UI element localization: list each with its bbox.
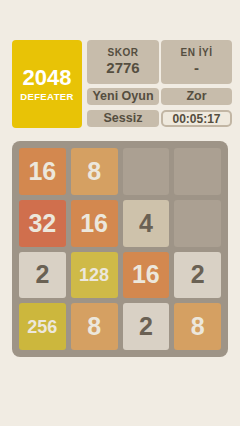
empty-cell [174,148,221,195]
mute-button[interactable]: Sessiz [87,110,159,127]
score-label: SKOR [108,47,139,59]
app-logo: 2048 DEFEATER [12,40,82,128]
timer-display: 00:05:17 [161,110,232,127]
empty-cell [174,200,221,247]
empty-cell [123,148,170,195]
tile-8: 8 [71,148,118,195]
score-value: 2776 [106,59,139,77]
tile-2: 2 [19,252,66,299]
tile-8: 8 [71,303,118,350]
best-value: - [194,59,199,77]
new-game-button[interactable]: Yeni Oyun [87,88,159,105]
tile-256: 256 [19,303,66,350]
game-board[interactable]: 168321642128162256828 [12,141,228,357]
best-label: EN İYİ [181,47,213,59]
tile-4: 4 [123,200,170,247]
best-box: EN İYİ - [161,40,232,84]
logo-subtitle: DEFEATER [20,91,74,102]
difficulty-button[interactable]: Zor [161,88,232,105]
tile-128: 128 [71,252,118,299]
logo-title: 2048 [23,67,72,89]
tile-16: 16 [71,200,118,247]
tile-8: 8 [174,303,221,350]
tile-16: 16 [19,148,66,195]
tile-2: 2 [174,252,221,299]
app-root: 2048 DEFEATER SKOR 2776 EN İYİ - Yeni Oy… [0,0,240,426]
score-box: SKOR 2776 [87,40,159,84]
tile-16: 16 [123,252,170,299]
tile-2: 2 [123,303,170,350]
tile-32: 32 [19,200,66,247]
